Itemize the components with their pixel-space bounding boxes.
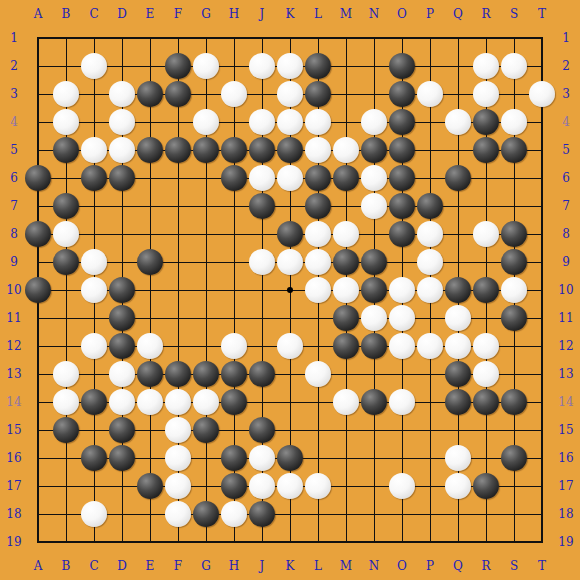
black-stone-S8 <box>501 221 527 247</box>
black-stone-L6 <box>305 165 331 191</box>
column-label-bottom-G: G <box>201 560 211 572</box>
black-stone-E17 <box>137 473 163 499</box>
row-label-left-11: 11 <box>6 312 21 324</box>
row-label-left-15: 15 <box>6 424 21 436</box>
row-label-left-6: 6 <box>10 172 18 184</box>
row-label-right-15: 15 <box>558 424 573 436</box>
black-stone-D12 <box>109 333 135 359</box>
white-stone-K17 <box>277 473 303 499</box>
black-stone-O2 <box>389 53 415 79</box>
row-label-right-16: 16 <box>558 452 573 464</box>
white-stone-R13 <box>473 361 499 387</box>
white-stone-E12 <box>137 333 163 359</box>
white-stone-H18 <box>221 501 247 527</box>
white-stone-D4 <box>109 109 135 135</box>
black-stone-R4 <box>473 109 499 135</box>
white-stone-K6 <box>277 165 303 191</box>
white-stone-J2 <box>249 53 275 79</box>
column-label-top-A: A <box>34 8 43 20</box>
white-stone-L5 <box>305 137 331 163</box>
black-stone-O3 <box>389 81 415 107</box>
black-stone-R10 <box>473 277 499 303</box>
column-label-top-C: C <box>89 8 98 20</box>
column-label-bottom-Q: Q <box>453 560 463 572</box>
column-label-bottom-R: R <box>481 560 490 572</box>
black-stone-N10 <box>361 277 387 303</box>
black-stone-M11 <box>333 305 359 331</box>
row-label-right-19: 19 <box>558 536 573 548</box>
row-label-left-5: 5 <box>10 144 18 156</box>
black-stone-F5 <box>165 137 191 163</box>
column-label-top-E: E <box>146 8 155 20</box>
row-label-right-14: 14 <box>558 396 573 408</box>
white-stone-O10 <box>389 277 415 303</box>
column-label-bottom-K: K <box>286 560 295 572</box>
black-stone-S16 <box>501 445 527 471</box>
column-label-bottom-E: E <box>146 560 155 572</box>
white-stone-R12 <box>473 333 499 359</box>
column-label-top-O: O <box>397 8 407 20</box>
column-label-top-G: G <box>201 8 211 20</box>
black-stone-S5 <box>501 137 527 163</box>
black-stone-O8 <box>389 221 415 247</box>
white-stone-O14 <box>389 389 415 415</box>
row-label-right-5: 5 <box>562 144 570 156</box>
row-label-right-13: 13 <box>558 368 573 380</box>
black-stone-D10 <box>109 277 135 303</box>
white-stone-R2 <box>473 53 499 79</box>
black-stone-Q14 <box>445 389 471 415</box>
white-stone-C2 <box>81 53 107 79</box>
black-stone-J15 <box>249 417 275 443</box>
white-stone-K12 <box>277 333 303 359</box>
black-stone-F13 <box>165 361 191 387</box>
white-stone-P9 <box>417 249 443 275</box>
column-label-top-K: K <box>286 8 295 20</box>
row-label-left-9: 9 <box>10 256 18 268</box>
black-stone-J13 <box>249 361 275 387</box>
row-label-left-4: 4 <box>10 116 18 128</box>
white-stone-F16 <box>165 445 191 471</box>
column-label-bottom-C: C <box>89 560 98 572</box>
white-stone-J6 <box>249 165 275 191</box>
column-label-bottom-L: L <box>314 560 322 572</box>
white-stone-N4 <box>361 109 387 135</box>
row-label-left-2: 2 <box>10 60 18 72</box>
black-stone-B15 <box>53 417 79 443</box>
black-stone-N9 <box>361 249 387 275</box>
white-stone-P10 <box>417 277 443 303</box>
column-label-top-J: J <box>260 8 265 20</box>
column-label-top-Q: Q <box>453 8 463 20</box>
black-stone-M12 <box>333 333 359 359</box>
white-stone-G4 <box>193 109 219 135</box>
white-stone-P8 <box>417 221 443 247</box>
white-stone-C18 <box>81 501 107 527</box>
black-stone-H14 <box>221 389 247 415</box>
white-stone-Q4 <box>445 109 471 135</box>
row-label-right-18: 18 <box>558 508 573 520</box>
black-stone-N12 <box>361 333 387 359</box>
white-stone-R8 <box>473 221 499 247</box>
white-stone-M5 <box>333 137 359 163</box>
white-stone-B4 <box>53 109 79 135</box>
row-label-left-16: 16 <box>6 452 21 464</box>
white-stone-F17 <box>165 473 191 499</box>
white-stone-L13 <box>305 361 331 387</box>
row-label-left-18: 18 <box>6 508 21 520</box>
grid-line-horizontal <box>37 514 543 515</box>
black-stone-F3 <box>165 81 191 107</box>
column-label-bottom-H: H <box>229 560 239 572</box>
black-stone-G13 <box>193 361 219 387</box>
black-stone-O6 <box>389 165 415 191</box>
white-stone-P3 <box>417 81 443 107</box>
white-stone-G2 <box>193 53 219 79</box>
column-label-top-T: T <box>538 8 546 20</box>
row-label-left-1: 1 <box>10 32 18 44</box>
column-label-top-B: B <box>62 8 71 20</box>
black-stone-K5 <box>277 137 303 163</box>
row-label-left-10: 10 <box>6 284 21 296</box>
row-label-left-12: 12 <box>6 340 21 352</box>
black-stone-O4 <box>389 109 415 135</box>
black-stone-R14 <box>473 389 499 415</box>
white-stone-L9 <box>305 249 331 275</box>
white-stone-J16 <box>249 445 275 471</box>
black-stone-J7 <box>249 193 275 219</box>
black-stone-D11 <box>109 305 135 331</box>
white-stone-C5 <box>81 137 107 163</box>
white-stone-D3 <box>109 81 135 107</box>
white-stone-H3 <box>221 81 247 107</box>
white-stone-L8 <box>305 221 331 247</box>
black-stone-C6 <box>81 165 107 191</box>
black-stone-E13 <box>137 361 163 387</box>
column-label-bottom-D: D <box>117 560 127 572</box>
white-stone-T3 <box>529 81 555 107</box>
black-stone-Q10 <box>445 277 471 303</box>
black-stone-S14 <box>501 389 527 415</box>
black-stone-A8 <box>25 221 51 247</box>
black-stone-A6 <box>25 165 51 191</box>
column-label-bottom-P: P <box>426 560 434 572</box>
white-stone-B14 <box>53 389 79 415</box>
column-label-bottom-A: A <box>34 560 43 572</box>
black-stone-R5 <box>473 137 499 163</box>
column-label-bottom-N: N <box>369 560 380 572</box>
row-label-left-3: 3 <box>10 88 18 100</box>
row-label-right-6: 6 <box>562 172 570 184</box>
white-stone-P12 <box>417 333 443 359</box>
black-stone-P7 <box>417 193 443 219</box>
white-stone-F14 <box>165 389 191 415</box>
black-stone-L7 <box>305 193 331 219</box>
white-stone-E14 <box>137 389 163 415</box>
white-stone-D13 <box>109 361 135 387</box>
column-label-bottom-O: O <box>397 560 407 572</box>
column-label-bottom-J: J <box>260 560 265 572</box>
white-stone-N7 <box>361 193 387 219</box>
white-stone-Q12 <box>445 333 471 359</box>
row-label-left-13: 13 <box>6 368 21 380</box>
row-label-left-14: 14 <box>6 396 21 408</box>
black-stone-B9 <box>53 249 79 275</box>
black-stone-R17 <box>473 473 499 499</box>
black-stone-O5 <box>389 137 415 163</box>
black-stone-G5 <box>193 137 219 163</box>
white-stone-L10 <box>305 277 331 303</box>
white-stone-D14 <box>109 389 135 415</box>
black-stone-L2 <box>305 53 331 79</box>
column-label-top-H: H <box>229 8 239 20</box>
white-stone-C9 <box>81 249 107 275</box>
white-stone-L4 <box>305 109 331 135</box>
black-stone-M6 <box>333 165 359 191</box>
row-label-right-8: 8 <box>562 228 570 240</box>
white-stone-S10 <box>501 277 527 303</box>
white-stone-Q16 <box>445 445 471 471</box>
star-point-K10 <box>287 287 293 293</box>
black-stone-B5 <box>53 137 79 163</box>
white-stone-B3 <box>53 81 79 107</box>
white-stone-Q11 <box>445 305 471 331</box>
go-board[interactable]: AABBCCDDEEFFGGHHJJKKLLMMNNOOPPQQRRSSTT11… <box>0 0 580 580</box>
white-stone-K3 <box>277 81 303 107</box>
row-label-right-2: 2 <box>562 60 570 72</box>
black-stone-C16 <box>81 445 107 471</box>
white-stone-M14 <box>333 389 359 415</box>
black-stone-D15 <box>109 417 135 443</box>
white-stone-M10 <box>333 277 359 303</box>
white-stone-B8 <box>53 221 79 247</box>
white-stone-O17 <box>389 473 415 499</box>
column-label-top-N: N <box>369 8 380 20</box>
white-stone-C10 <box>81 277 107 303</box>
white-stone-K2 <box>277 53 303 79</box>
black-stone-G18 <box>193 501 219 527</box>
black-stone-M9 <box>333 249 359 275</box>
column-label-top-M: M <box>340 8 352 20</box>
black-stone-O7 <box>389 193 415 219</box>
white-stone-C12 <box>81 333 107 359</box>
column-label-bottom-B: B <box>62 560 71 572</box>
white-stone-O12 <box>389 333 415 359</box>
white-stone-S4 <box>501 109 527 135</box>
row-label-right-4: 4 <box>562 116 570 128</box>
row-label-right-17: 17 <box>558 480 573 492</box>
black-stone-S9 <box>501 249 527 275</box>
black-stone-D16 <box>109 445 135 471</box>
black-stone-E3 <box>137 81 163 107</box>
black-stone-B7 <box>53 193 79 219</box>
black-stone-E5 <box>137 137 163 163</box>
white-stone-F18 <box>165 501 191 527</box>
column-label-bottom-M: M <box>340 560 352 572</box>
black-stone-A10 <box>25 277 51 303</box>
white-stone-Q17 <box>445 473 471 499</box>
row-label-right-12: 12 <box>558 340 573 352</box>
white-stone-G14 <box>193 389 219 415</box>
column-label-bottom-T: T <box>538 560 546 572</box>
column-label-top-P: P <box>426 8 434 20</box>
row-label-left-8: 8 <box>10 228 18 240</box>
row-label-right-10: 10 <box>558 284 573 296</box>
black-stone-H6 <box>221 165 247 191</box>
white-stone-F15 <box>165 417 191 443</box>
white-stone-K9 <box>277 249 303 275</box>
white-stone-J9 <box>249 249 275 275</box>
row-label-right-7: 7 <box>562 200 570 212</box>
white-stone-J17 <box>249 473 275 499</box>
row-label-right-11: 11 <box>558 312 573 324</box>
black-stone-J18 <box>249 501 275 527</box>
black-stone-F2 <box>165 53 191 79</box>
white-stone-N6 <box>361 165 387 191</box>
white-stone-O11 <box>389 305 415 331</box>
white-stone-R3 <box>473 81 499 107</box>
row-label-right-3: 3 <box>562 88 570 100</box>
black-stone-Q13 <box>445 361 471 387</box>
column-label-bottom-S: S <box>510 560 518 572</box>
black-stone-N5 <box>361 137 387 163</box>
black-stone-G15 <box>193 417 219 443</box>
black-stone-E9 <box>137 249 163 275</box>
column-label-top-L: L <box>314 8 322 20</box>
row-label-left-17: 17 <box>6 480 21 492</box>
white-stone-H12 <box>221 333 247 359</box>
row-label-left-19: 19 <box>6 536 21 548</box>
column-label-bottom-F: F <box>174 560 182 572</box>
black-stone-H17 <box>221 473 247 499</box>
black-stone-H16 <box>221 445 247 471</box>
black-stone-K8 <box>277 221 303 247</box>
black-stone-H5 <box>221 137 247 163</box>
white-stone-N11 <box>361 305 387 331</box>
black-stone-J5 <box>249 137 275 163</box>
column-label-top-F: F <box>174 8 182 20</box>
black-stone-S11 <box>501 305 527 331</box>
white-stone-J4 <box>249 109 275 135</box>
black-stone-N14 <box>361 389 387 415</box>
black-stone-H13 <box>221 361 247 387</box>
row-label-left-7: 7 <box>10 200 18 212</box>
black-stone-C14 <box>81 389 107 415</box>
grid-line-horizontal <box>37 541 543 543</box>
white-stone-M8 <box>333 221 359 247</box>
column-label-top-R: R <box>481 8 490 20</box>
white-stone-L17 <box>305 473 331 499</box>
black-stone-Q6 <box>445 165 471 191</box>
column-label-top-S: S <box>510 8 518 20</box>
white-stone-B13 <box>53 361 79 387</box>
white-stone-D5 <box>109 137 135 163</box>
column-label-top-D: D <box>117 8 127 20</box>
row-label-right-1: 1 <box>562 32 570 44</box>
grid-line-vertical <box>541 37 543 543</box>
white-stone-K4 <box>277 109 303 135</box>
black-stone-D6 <box>109 165 135 191</box>
black-stone-K16 <box>277 445 303 471</box>
black-stone-L3 <box>305 81 331 107</box>
row-label-right-9: 9 <box>562 256 570 268</box>
white-stone-S2 <box>501 53 527 79</box>
